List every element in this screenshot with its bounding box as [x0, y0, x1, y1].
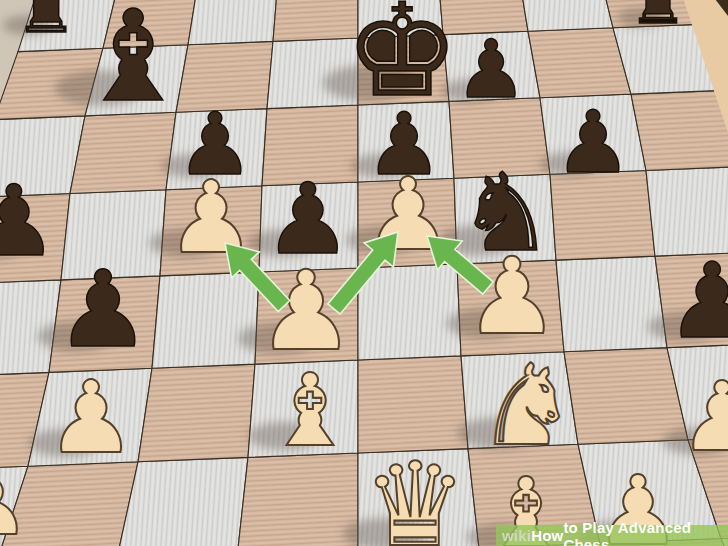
- wikihow-watermark: wikiHow to Play Advanced Chess: [496, 525, 728, 546]
- arrow-f4-e5: [427, 236, 493, 294]
- watermark-title: to Play Advanced Chess: [563, 519, 724, 546]
- watermark-how: How: [531, 527, 563, 544]
- arrow-d4-c5: [225, 243, 290, 312]
- move-arrows: [0, 0, 728, 546]
- wikihow-chess-illustration: { "game": "chess", "scene": "perspective…: [0, 0, 728, 546]
- watermark-wiki: wiki: [502, 527, 531, 544]
- arrow-d4-e5: [328, 232, 398, 314]
